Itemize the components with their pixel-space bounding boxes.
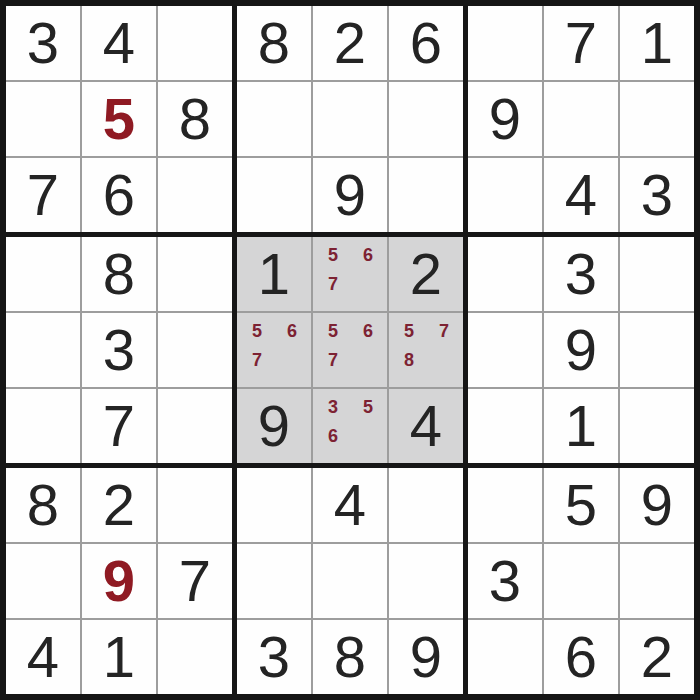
given-digit: 2	[641, 628, 673, 686]
cell-r7c5[interactable]: 4	[313, 468, 387, 542]
cell-r6c5[interactable]: 356	[313, 389, 387, 463]
pencil-mark: 5	[328, 246, 363, 275]
cell-r1c4[interactable]: 8	[237, 6, 311, 80]
cell-r3c8[interactable]: 4	[544, 158, 618, 232]
cell-r6c7[interactable]	[468, 389, 542, 463]
cell-r5c1[interactable]	[6, 313, 80, 387]
cell-r8c4[interactable]	[237, 544, 311, 618]
given-digit: 5	[565, 476, 597, 534]
box-r3c1: 829741	[6, 468, 232, 694]
cell-r5c4[interactable]: 567	[237, 313, 311, 387]
cell-r1c1[interactable]: 3	[6, 6, 80, 80]
pencil-marks: 567	[328, 322, 383, 380]
cell-r2c9[interactable]	[620, 82, 694, 156]
cell-r1c5[interactable]: 2	[313, 6, 387, 80]
given-digit: 4	[334, 476, 366, 534]
given-digit: 2	[410, 245, 442, 303]
given-digit: 9	[258, 397, 290, 455]
box-r3c3: 59362	[468, 468, 694, 694]
sudoku-board: 3458768269719438371567256756757893564391…	[0, 0, 700, 700]
given-digit: 4	[410, 397, 442, 455]
cell-r3c7[interactable]	[468, 158, 542, 232]
pencil-marks: 356	[328, 398, 383, 456]
cell-r6c6[interactable]: 4	[389, 389, 463, 463]
given-digit: 8	[103, 245, 135, 303]
cell-r7c4[interactable]	[237, 468, 311, 542]
cell-r8c3[interactable]: 7	[158, 544, 232, 618]
cell-r2c6[interactable]	[389, 82, 463, 156]
pencil-mark: 5	[404, 322, 439, 351]
given-digit: 2	[334, 14, 366, 72]
cell-r4c9[interactable]	[620, 237, 694, 311]
given-digit: 1	[258, 245, 290, 303]
pencil-marks: 567	[328, 246, 383, 304]
given-digit: 7	[27, 166, 59, 224]
given-digit: 3	[103, 321, 135, 379]
cell-r2c7[interactable]: 9	[468, 82, 542, 156]
given-digit: 4	[27, 628, 59, 686]
cell-r1c8[interactable]: 7	[544, 6, 618, 80]
cell-r2c4[interactable]	[237, 82, 311, 156]
cell-r3c9[interactable]: 3	[620, 158, 694, 232]
cell-r4c5[interactable]: 567	[313, 237, 387, 311]
cell-r2c1[interactable]	[6, 82, 80, 156]
given-digit: 7	[565, 14, 597, 72]
cell-r8c7[interactable]: 3	[468, 544, 542, 618]
box-r2c1: 837	[6, 237, 232, 463]
cell-r5c9[interactable]	[620, 313, 694, 387]
given-digit: 8	[258, 14, 290, 72]
pencil-mark: 8	[404, 351, 439, 380]
cell-r5c7[interactable]	[468, 313, 542, 387]
box-r3c2: 4389	[237, 468, 463, 694]
given-digit: 8	[27, 476, 59, 534]
given-digit: 8	[334, 628, 366, 686]
given-digit: 1	[565, 397, 597, 455]
given-digit: 9	[334, 166, 366, 224]
user-digit: 5	[103, 90, 135, 148]
pencil-mark: 5	[328, 322, 363, 351]
given-digit: 9	[410, 628, 442, 686]
pencil-mark: 3	[328, 398, 363, 427]
cell-r8c2[interactable]: 9	[82, 544, 156, 618]
given-digit: 7	[179, 552, 211, 610]
cell-r3c3[interactable]	[158, 158, 232, 232]
cell-r5c5[interactable]: 567	[313, 313, 387, 387]
cell-r9c6[interactable]: 9	[389, 620, 463, 694]
cell-r7c7[interactable]	[468, 468, 542, 542]
box-r1c3: 71943	[468, 6, 694, 232]
cell-r9c9[interactable]: 2	[620, 620, 694, 694]
cell-r9c4[interactable]: 3	[237, 620, 311, 694]
cell-r3c6[interactable]	[389, 158, 463, 232]
cell-r4c8[interactable]: 3	[544, 237, 618, 311]
box-r2c2: 1567256756757893564	[237, 237, 463, 463]
cell-r5c3[interactable]	[158, 313, 232, 387]
given-digit: 3	[258, 628, 290, 686]
cell-r1c3[interactable]	[158, 6, 232, 80]
pencil-mark: 7	[328, 275, 363, 304]
cell-r6c2[interactable]: 7	[82, 389, 156, 463]
given-digit: 6	[565, 628, 597, 686]
pencil-marks: 578	[404, 322, 459, 380]
cell-r8c5[interactable]	[313, 544, 387, 618]
given-digit: 6	[103, 166, 135, 224]
box-r2c3: 391	[468, 237, 694, 463]
cell-r7c3[interactable]	[158, 468, 232, 542]
cell-r8c6[interactable]	[389, 544, 463, 618]
cell-r9c1[interactable]: 4	[6, 620, 80, 694]
user-digit: 9	[103, 552, 135, 610]
cell-r8c9[interactable]	[620, 544, 694, 618]
cell-r5c8[interactable]: 9	[544, 313, 618, 387]
cell-r7c9[interactable]: 9	[620, 468, 694, 542]
cell-r9c8[interactable]: 6	[544, 620, 618, 694]
cell-r4c6[interactable]: 2	[389, 237, 463, 311]
box-r1c1: 345876	[6, 6, 232, 232]
cell-r1c7[interactable]	[468, 6, 542, 80]
given-digit: 4	[565, 166, 597, 224]
cell-r4c7[interactable]	[468, 237, 542, 311]
box-r1c2: 8269	[237, 6, 463, 232]
given-digit: 3	[565, 245, 597, 303]
cell-r9c2[interactable]: 1	[82, 620, 156, 694]
cell-r7c1[interactable]: 8	[6, 468, 80, 542]
given-digit: 3	[27, 14, 59, 72]
given-digit: 1	[103, 628, 135, 686]
given-digit: 6	[410, 14, 442, 72]
pencil-mark: 5	[252, 322, 287, 351]
given-digit: 3	[489, 552, 521, 610]
cell-r8c8[interactable]	[544, 544, 618, 618]
cell-r6c1[interactable]	[6, 389, 80, 463]
cell-r6c8[interactable]: 1	[544, 389, 618, 463]
given-digit: 9	[641, 476, 673, 534]
cell-r7c6[interactable]	[389, 468, 463, 542]
given-digit: 9	[565, 321, 597, 379]
cell-r1c9[interactable]: 1	[620, 6, 694, 80]
given-digit: 4	[103, 14, 135, 72]
cell-r9c5[interactable]: 8	[313, 620, 387, 694]
cell-r2c5[interactable]	[313, 82, 387, 156]
pencil-marks: 567	[252, 322, 307, 380]
cell-r7c8[interactable]: 5	[544, 468, 618, 542]
cell-r4c1[interactable]	[6, 237, 80, 311]
cell-r6c3[interactable]	[158, 389, 232, 463]
cell-r2c2[interactable]: 5	[82, 82, 156, 156]
pencil-mark: 6	[328, 427, 363, 456]
cell-r5c2[interactable]: 3	[82, 313, 156, 387]
cell-r1c2[interactable]: 4	[82, 6, 156, 80]
cell-r9c7[interactable]	[468, 620, 542, 694]
given-digit: 8	[179, 90, 211, 148]
cell-r8c1[interactable]	[6, 544, 80, 618]
cell-r3c4[interactable]	[237, 158, 311, 232]
cell-r3c2[interactable]: 6	[82, 158, 156, 232]
cell-r7c2[interactable]: 2	[82, 468, 156, 542]
cell-r3c5[interactable]: 9	[313, 158, 387, 232]
cell-r5c6[interactable]: 578	[389, 313, 463, 387]
given-digit: 2	[103, 476, 135, 534]
pencil-mark: 7	[328, 351, 363, 380]
cell-r6c9[interactable]	[620, 389, 694, 463]
pencil-mark: 7	[252, 351, 287, 380]
cell-r1c6[interactable]: 6	[389, 6, 463, 80]
given-digit: 1	[641, 14, 673, 72]
cell-r4c4[interactable]: 1	[237, 237, 311, 311]
given-digit: 7	[103, 397, 135, 455]
cell-r4c2[interactable]: 8	[82, 237, 156, 311]
cell-r3c1[interactable]: 7	[6, 158, 80, 232]
cell-r9c3[interactable]	[158, 620, 232, 694]
given-digit: 9	[489, 90, 521, 148]
given-digit: 3	[641, 166, 673, 224]
cell-r2c3[interactable]: 8	[158, 82, 232, 156]
cell-r4c3[interactable]	[158, 237, 232, 311]
cell-r2c8[interactable]	[544, 82, 618, 156]
cell-r6c4[interactable]: 9	[237, 389, 311, 463]
